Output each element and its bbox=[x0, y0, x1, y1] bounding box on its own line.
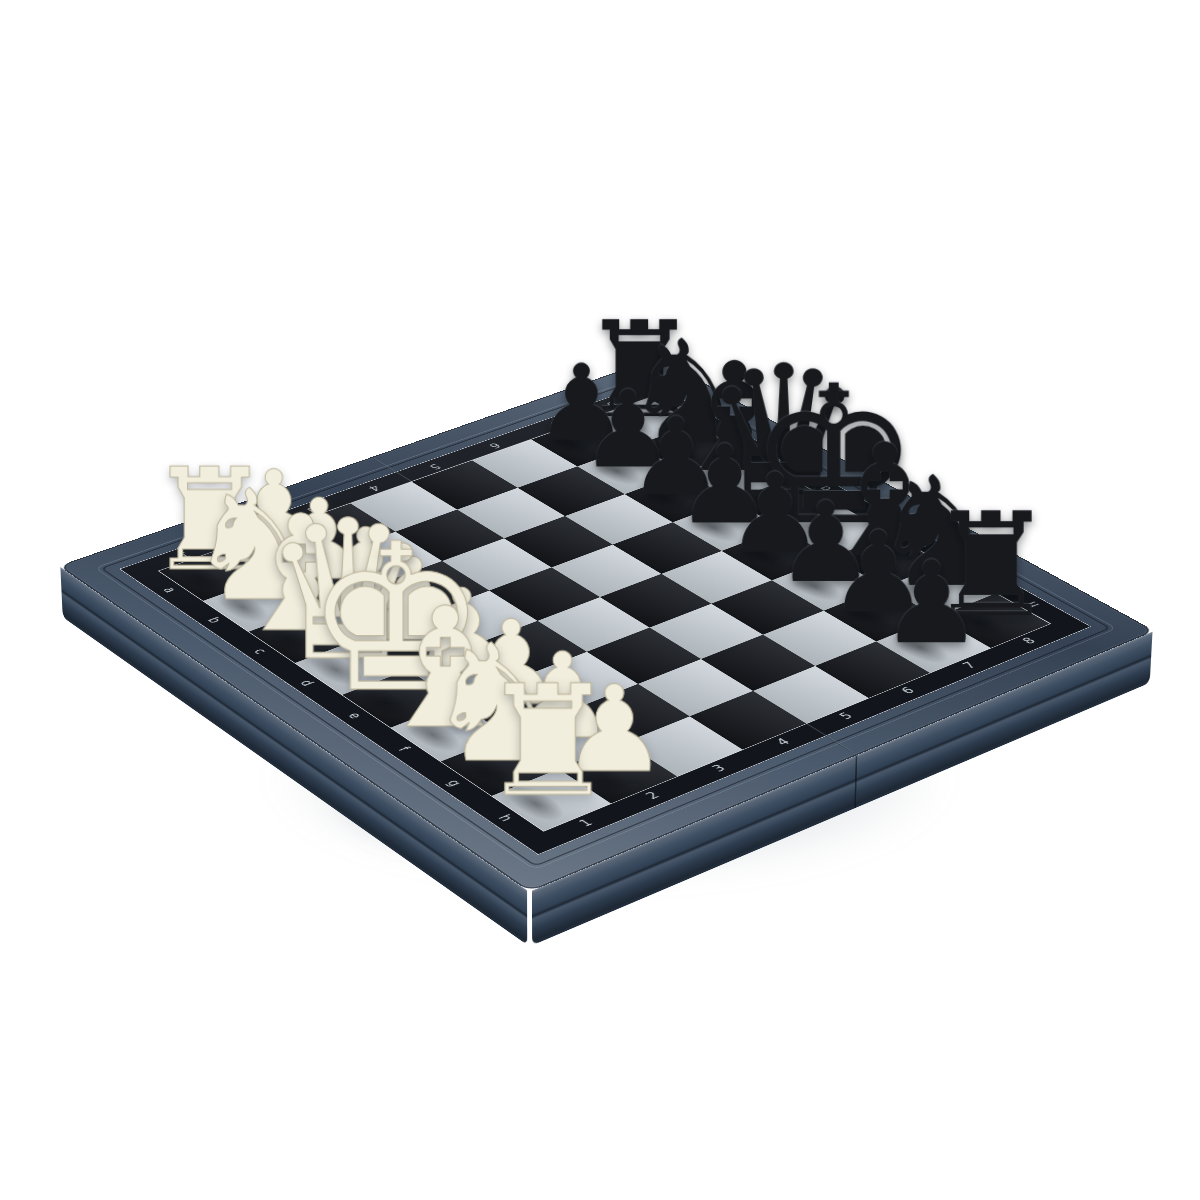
product-photo-scene: abcdefgh abcdefgh 87654321 87654321 ♜♞♝♛… bbox=[0, 0, 1200, 1200]
chess-board: abcdefgh abcdefgh 87654321 87654321 ♜♞♝♛… bbox=[59, 358, 1155, 892]
perspective-scene: abcdefgh abcdefgh 87654321 87654321 ♜♞♝♛… bbox=[0, 0, 1200, 1200]
black-pawn-h7[interactable]: ♟ bbox=[880, 555, 982, 652]
white-rook-h1[interactable]: ♜ bbox=[479, 677, 616, 807]
